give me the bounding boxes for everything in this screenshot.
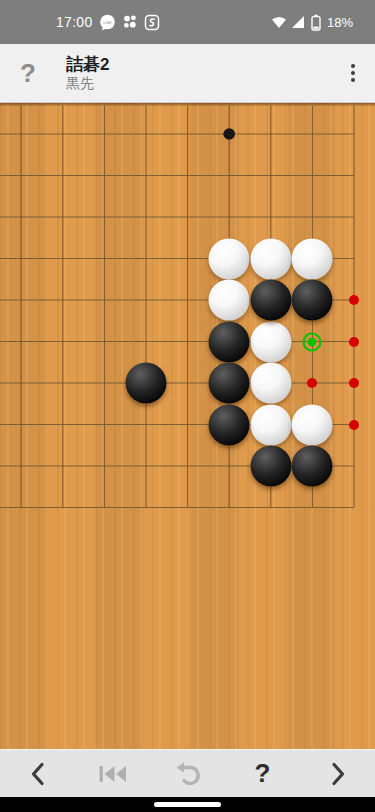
header-titles: 詰碁2 黒先: [66, 54, 109, 93]
home-indicator[interactable]: [154, 802, 221, 807]
status-bar-right: 18%: [271, 14, 353, 31]
wifi-icon: [271, 15, 287, 29]
white-stone-R7: [250, 238, 291, 279]
line-app-icon: LINE: [99, 14, 116, 31]
white-stone-R3: [250, 404, 291, 445]
page-subtitle: 黒先: [66, 75, 109, 93]
white-stone-R4: [250, 363, 291, 404]
gesture-area: [0, 797, 375, 812]
back-button[interactable]: [0, 750, 75, 797]
star-point: [223, 128, 235, 140]
status-bar-left: 17:00 LINE: [56, 14, 160, 31]
app-screen: 17:00 LINE: [0, 0, 375, 812]
battery-percent: 18%: [327, 15, 353, 30]
white-stone-S3: [292, 404, 333, 445]
black-stone-S6: [292, 280, 333, 321]
question-mark-icon: ?: [255, 758, 271, 789]
black-stone-Q5: [209, 321, 250, 362]
black-stone-Q3: [209, 404, 250, 445]
skip-to-start-button[interactable]: [75, 750, 150, 797]
black-stone-S2: [292, 446, 333, 487]
red-dot-marker-T6: [349, 295, 359, 305]
white-stone-R5: [250, 321, 291, 362]
svg-text:LINE: LINE: [103, 19, 112, 24]
chevron-right-icon: [327, 761, 349, 787]
red-dot-marker-T5: [349, 337, 359, 347]
help-icon[interactable]: ?: [0, 58, 56, 89]
battery-icon: [309, 14, 323, 31]
clock: 17:00: [56, 14, 93, 30]
red-dot-marker-S4: [307, 378, 317, 388]
white-stone-Q6: [209, 280, 250, 321]
chevron-left-icon: [27, 761, 49, 787]
black-stone-R6: [250, 280, 291, 321]
undo-button[interactable]: [150, 750, 225, 797]
white-stone-Q7: [209, 238, 250, 279]
go-board[interactable]: [0, 103, 375, 749]
undo-icon: [173, 761, 203, 786]
black-stone-O4: [126, 363, 167, 404]
four-dots-app-icon: [122, 14, 138, 30]
skip-to-start-icon: [97, 763, 128, 785]
forward-button[interactable]: [300, 750, 375, 797]
app-header: ? 詰碁2 黒先: [0, 44, 375, 103]
green-circle-marker-S5: [303, 332, 322, 351]
black-stone-R2: [250, 446, 291, 487]
hint-button[interactable]: ?: [225, 750, 300, 797]
red-dot-marker-T4: [349, 378, 359, 388]
white-stone-S7: [292, 238, 333, 279]
page-title: 詰碁2: [66, 54, 109, 75]
bottom-toolbar: ?: [0, 749, 375, 797]
s-app-icon: [144, 14, 160, 31]
cellular-icon: [291, 15, 305, 29]
status-bar: 17:00 LINE: [0, 0, 375, 44]
black-stone-Q4: [209, 363, 250, 404]
red-dot-marker-T3: [349, 420, 359, 430]
kebab-menu-icon[interactable]: [345, 58, 361, 88]
